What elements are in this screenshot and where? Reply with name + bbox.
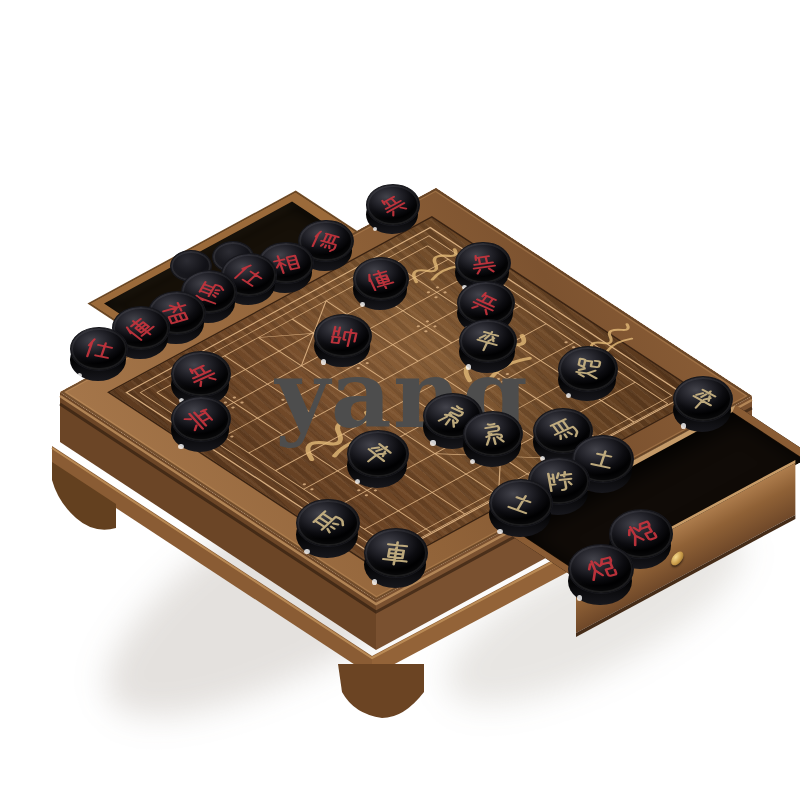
bracket-foot-front [338,664,424,718]
product-photo-stage: { "game": "Chinese Chess (Xiangqi) — woo… [0,0,800,800]
drawer-knob[interactable] [671,549,683,568]
edge-flourish [583,323,641,356]
watermark-text: yang [275,339,529,449]
